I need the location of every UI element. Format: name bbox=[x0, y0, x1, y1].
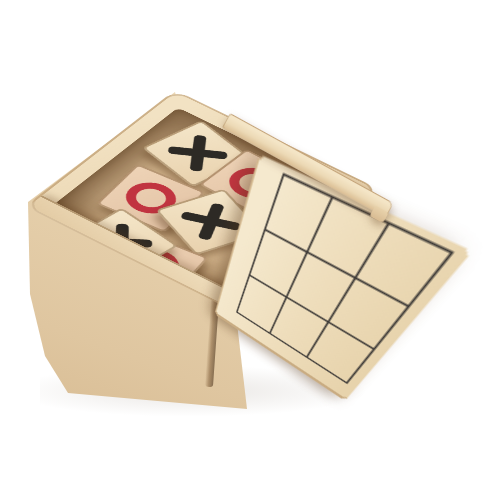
lid-board-grid bbox=[236, 173, 454, 384]
product-photo-wooden-tic-tac-toe bbox=[0, 0, 500, 500]
